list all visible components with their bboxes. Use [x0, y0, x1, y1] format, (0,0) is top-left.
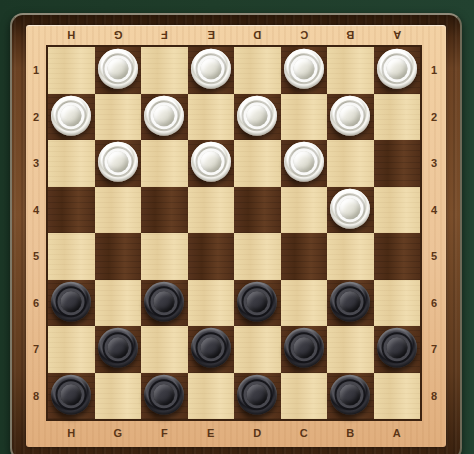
file-label-h: H [48, 421, 95, 445]
square-g6[interactable] [95, 280, 142, 327]
square-f1[interactable] [141, 47, 188, 94]
black-checker-d8[interactable] [237, 375, 277, 415]
square-g8[interactable] [95, 373, 142, 420]
square-d8[interactable] [234, 373, 281, 420]
square-g2[interactable] [95, 94, 142, 141]
black-checker-f6[interactable] [144, 282, 184, 322]
white-checker-c3[interactable] [284, 142, 324, 182]
square-b8[interactable] [327, 373, 374, 420]
white-checker-h2[interactable] [51, 96, 91, 136]
black-checker-g7[interactable] [98, 328, 138, 368]
square-b5[interactable] [327, 233, 374, 280]
square-a7[interactable] [374, 326, 421, 373]
square-b1[interactable] [327, 47, 374, 94]
app-background: { "game": "checkers", "position": "W:a1,… [0, 0, 474, 454]
file-label-c: C [281, 25, 328, 45]
file-label-e: E [188, 421, 235, 445]
file-label-g: G [95, 421, 142, 445]
board-grid [46, 45, 422, 421]
black-checker-b8[interactable] [330, 375, 370, 415]
white-checker-e1[interactable] [191, 49, 231, 89]
black-checker-e7[interactable] [191, 328, 231, 368]
square-f5[interactable] [141, 233, 188, 280]
square-b6[interactable] [327, 280, 374, 327]
white-checker-c1[interactable] [284, 49, 324, 89]
rank-label-7: 7 [26, 326, 46, 373]
square-a1[interactable] [374, 47, 421, 94]
rank-label-8: 8 [422, 373, 446, 420]
rank-label-4: 4 [26, 187, 46, 234]
square-c4[interactable] [281, 187, 328, 234]
square-b4[interactable] [327, 187, 374, 234]
black-checker-b6[interactable] [330, 282, 370, 322]
file-label-f: F [141, 25, 188, 45]
square-a2[interactable] [374, 94, 421, 141]
square-c3[interactable] [281, 140, 328, 187]
square-d2[interactable] [234, 94, 281, 141]
square-e2[interactable] [188, 94, 235, 141]
square-h5[interactable] [48, 233, 95, 280]
square-c7[interactable] [281, 326, 328, 373]
square-e7[interactable] [188, 326, 235, 373]
rank-label-8: 8 [26, 373, 46, 420]
square-h8[interactable] [48, 373, 95, 420]
file-label-g: G [95, 25, 142, 45]
square-f3[interactable] [141, 140, 188, 187]
rank-label-6: 6 [26, 280, 46, 327]
checkers-board: HGFEDCBA HGFEDCBA 12345678 12345678 [10, 13, 462, 454]
file-labels-top: HGFEDCBA [48, 25, 420, 45]
rank-label-3: 3 [26, 140, 46, 187]
square-c6[interactable] [281, 280, 328, 327]
square-g3[interactable] [95, 140, 142, 187]
square-d7[interactable] [234, 326, 281, 373]
square-h3[interactable] [48, 140, 95, 187]
square-d1[interactable] [234, 47, 281, 94]
white-checker-d2[interactable] [237, 96, 277, 136]
white-checker-a1[interactable] [377, 49, 417, 89]
white-checker-b4[interactable] [330, 189, 370, 229]
square-c2[interactable] [281, 94, 328, 141]
file-label-d: D [234, 25, 281, 45]
square-h4[interactable] [48, 187, 95, 234]
white-checker-e3[interactable] [191, 142, 231, 182]
square-h1[interactable] [48, 47, 95, 94]
square-e8[interactable] [188, 373, 235, 420]
file-label-d: D [234, 421, 281, 445]
black-checker-d6[interactable] [237, 282, 277, 322]
rank-labels-left: 12345678 [26, 47, 46, 419]
rank-label-4: 4 [422, 187, 446, 234]
square-c1[interactable] [281, 47, 328, 94]
black-checker-h8[interactable] [51, 375, 91, 415]
square-h7[interactable] [48, 326, 95, 373]
rank-label-2: 2 [26, 94, 46, 141]
square-h6[interactable] [48, 280, 95, 327]
rank-label-2: 2 [422, 94, 446, 141]
white-checker-f2[interactable] [144, 96, 184, 136]
file-label-c: C [281, 421, 328, 445]
white-checker-b2[interactable] [330, 96, 370, 136]
file-label-b: B [327, 25, 374, 45]
square-d5[interactable] [234, 233, 281, 280]
square-f8[interactable] [141, 373, 188, 420]
file-label-a: A [374, 421, 421, 445]
square-f7[interactable] [141, 326, 188, 373]
square-h2[interactable] [48, 94, 95, 141]
rank-label-5: 5 [26, 233, 46, 280]
file-label-a: A [374, 25, 421, 45]
square-e6[interactable] [188, 280, 235, 327]
square-g1[interactable] [95, 47, 142, 94]
square-a4[interactable] [374, 187, 421, 234]
file-label-f: F [141, 421, 188, 445]
rank-labels-right: 12345678 [422, 47, 446, 419]
black-checker-f8[interactable] [144, 375, 184, 415]
square-f2[interactable] [141, 94, 188, 141]
file-label-h: H [48, 25, 95, 45]
square-c5[interactable] [281, 233, 328, 280]
square-g4[interactable] [95, 187, 142, 234]
white-checker-g3[interactable] [98, 142, 138, 182]
square-a8[interactable] [374, 373, 421, 420]
square-a3[interactable] [374, 140, 421, 187]
rank-label-3: 3 [422, 140, 446, 187]
square-a6[interactable] [374, 280, 421, 327]
black-checker-a7[interactable] [377, 328, 417, 368]
square-d6[interactable] [234, 280, 281, 327]
square-c8[interactable] [281, 373, 328, 420]
rank-label-7: 7 [422, 326, 446, 373]
square-e5[interactable] [188, 233, 235, 280]
square-d3[interactable] [234, 140, 281, 187]
square-g7[interactable] [95, 326, 142, 373]
square-b2[interactable] [327, 94, 374, 141]
square-g5[interactable] [95, 233, 142, 280]
file-label-b: B [327, 421, 374, 445]
square-a5[interactable] [374, 233, 421, 280]
rank-label-6: 6 [422, 280, 446, 327]
rank-label-1: 1 [26, 47, 46, 94]
file-label-e: E [188, 25, 235, 45]
square-b3[interactable] [327, 140, 374, 187]
black-checker-c7[interactable] [284, 328, 324, 368]
black-checker-h6[interactable] [51, 282, 91, 322]
board-label-panel: HGFEDCBA HGFEDCBA 12345678 12345678 [26, 25, 446, 447]
square-f4[interactable] [141, 187, 188, 234]
rank-label-5: 5 [422, 233, 446, 280]
square-e1[interactable] [188, 47, 235, 94]
square-e3[interactable] [188, 140, 235, 187]
rank-label-1: 1 [422, 47, 446, 94]
square-b7[interactable] [327, 326, 374, 373]
file-labels-bottom: HGFEDCBA [48, 421, 420, 445]
square-e4[interactable] [188, 187, 235, 234]
square-f6[interactable] [141, 280, 188, 327]
white-checker-g1[interactable] [98, 49, 138, 89]
square-d4[interactable] [234, 187, 281, 234]
